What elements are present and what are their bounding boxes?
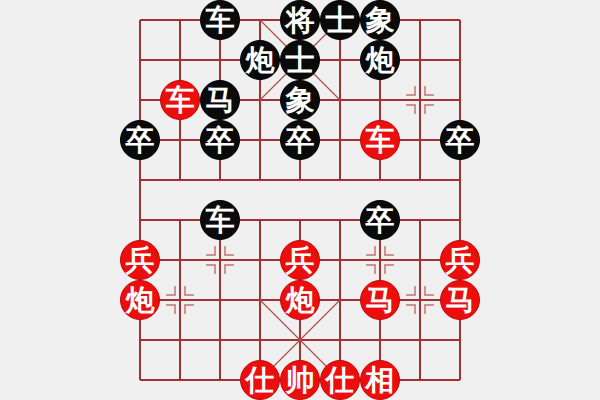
point-marker <box>360 240 400 280</box>
point-marker-corner <box>424 286 434 296</box>
black-cannon[interactable]: 炮 <box>360 40 400 80</box>
point-marker <box>200 240 240 280</box>
black-elephant[interactable]: 象 <box>360 0 400 40</box>
point-marker <box>400 280 440 320</box>
red-pawn[interactable]: 兵 <box>440 240 480 280</box>
black-chariot[interactable]: 车 <box>200 0 240 40</box>
point-marker-corner <box>424 304 434 314</box>
point-marker-corner <box>166 304 176 314</box>
red-cannon[interactable]: 炮 <box>120 280 160 320</box>
point-marker-corner <box>424 86 434 96</box>
red-general[interactable]: 帅 <box>280 360 320 400</box>
point-marker-corner <box>224 246 234 256</box>
point-marker-corner <box>406 286 416 296</box>
point-marker-corner <box>366 264 376 274</box>
point-marker-corner <box>206 246 216 256</box>
point-marker-corner <box>384 264 394 274</box>
black-pawn[interactable]: 卒 <box>280 120 320 160</box>
point-marker-corner <box>206 264 216 274</box>
point-marker-corner <box>366 246 376 256</box>
red-advisor[interactable]: 仕 <box>240 360 280 400</box>
point-marker-corner <box>184 304 194 314</box>
app-background: 车将士象炮士炮车马象卒卒卒车卒车卒兵兵兵炮炮马马仕帅仕相 <box>0 0 600 400</box>
black-advisor[interactable]: 士 <box>280 40 320 80</box>
red-chariot[interactable]: 车 <box>160 80 200 120</box>
black-pawn[interactable]: 卒 <box>440 120 480 160</box>
red-advisor[interactable]: 仕 <box>320 360 360 400</box>
red-chariot[interactable]: 车 <box>360 120 400 160</box>
red-elephant[interactable]: 相 <box>360 360 400 400</box>
red-cannon[interactable]: 炮 <box>280 280 320 320</box>
black-pawn[interactable]: 卒 <box>120 120 160 160</box>
black-general[interactable]: 将 <box>280 0 320 40</box>
point-marker-corner <box>166 286 176 296</box>
point-marker <box>400 80 440 120</box>
point-marker-corner <box>384 246 394 256</box>
red-horse[interactable]: 马 <box>360 280 400 320</box>
black-pawn[interactable]: 卒 <box>200 120 240 160</box>
black-advisor[interactable]: 士 <box>320 0 360 40</box>
board-cells: 车将士象炮士炮车马象卒卒卒车卒车卒兵兵兵炮炮马马仕帅仕相 <box>120 0 480 400</box>
red-pawn[interactable]: 兵 <box>280 240 320 280</box>
point-marker-corner <box>224 264 234 274</box>
point-marker-corner <box>184 286 194 296</box>
black-horse[interactable]: 马 <box>200 80 240 120</box>
xiangqi-board: 车将士象炮士炮车马象卒卒卒车卒车卒兵兵兵炮炮马马仕帅仕相 <box>120 0 480 400</box>
point-marker-corner <box>406 104 416 114</box>
point-marker <box>160 280 200 320</box>
red-pawn[interactable]: 兵 <box>120 240 160 280</box>
red-horse[interactable]: 马 <box>440 280 480 320</box>
black-cannon[interactable]: 炮 <box>240 40 280 80</box>
black-elephant[interactable]: 象 <box>280 80 320 120</box>
point-marker-corner <box>406 304 416 314</box>
point-marker-corner <box>424 104 434 114</box>
point-marker-corner <box>406 86 416 96</box>
black-chariot[interactable]: 车 <box>200 200 240 240</box>
black-pawn[interactable]: 卒 <box>360 200 400 240</box>
